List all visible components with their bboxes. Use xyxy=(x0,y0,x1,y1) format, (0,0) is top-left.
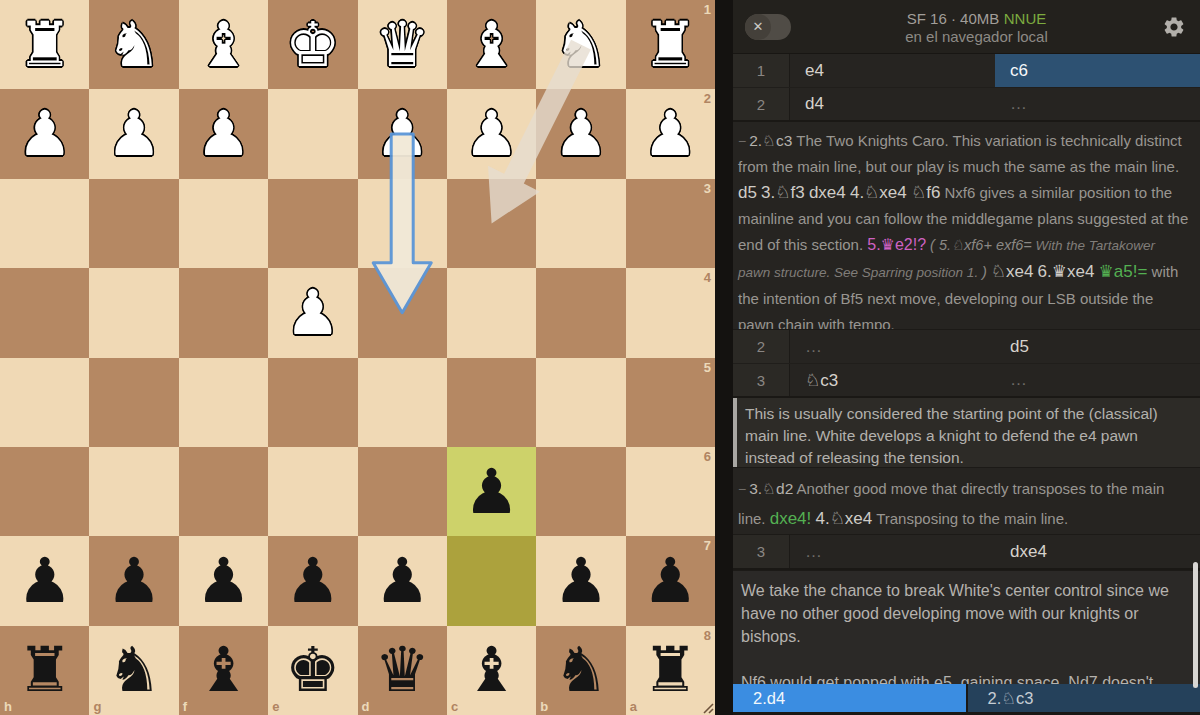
move-row: 2…d5 xyxy=(733,330,1200,363)
white-move-cell[interactable]: d4 xyxy=(790,88,995,120)
scrollbar-thumb[interactable] xyxy=(1193,562,1198,688)
chess-piece-bP: ♟ xyxy=(89,536,178,625)
board-square-b2[interactable]: ♟ xyxy=(536,89,625,178)
chess-piece-wN: ♞ xyxy=(89,0,178,89)
variation-move[interactable]: dxe4! xyxy=(770,509,812,528)
variation-line-3nd2: −3.♘d2 Another good move that directly t… xyxy=(733,467,1200,535)
board-square-d1[interactable]: ♛ xyxy=(358,0,447,89)
board-square-h4[interactable] xyxy=(0,268,89,357)
move-number: 3 xyxy=(733,535,790,568)
black-move-cell[interactable]: … xyxy=(995,364,1200,396)
board-square-g7[interactable]: ♟ xyxy=(89,536,178,625)
board-square-c3[interactable] xyxy=(447,179,536,268)
variation-move[interactable]: d5 xyxy=(738,183,757,202)
variation-move[interactable]: 4.♘xe4 xyxy=(815,509,872,528)
board-square-h8[interactable]: ♜h xyxy=(0,626,89,715)
board-square-d6[interactable] xyxy=(358,447,447,536)
variation-move[interactable]: 3.♘d2 xyxy=(749,480,793,497)
black-move-cell[interactable]: c6 xyxy=(995,54,1200,87)
board-square-b5[interactable] xyxy=(536,358,625,447)
board-square-c2[interactable]: ♟ xyxy=(447,89,536,178)
variation-move[interactable]: 5.♛e2!? xyxy=(867,236,926,253)
engine-toggle[interactable]: ✕ xyxy=(745,14,791,40)
chess-board-area: ♜♞♝♚♛♝♞♜1♟♟♟♟♟♟♟23♟45♟6♟♟♟♟♟♟♟7♜h♞g♝f♚e♛… xyxy=(0,0,715,715)
engine-bar: ✕ SF 16 · 40MB NNUE en el navegador loca… xyxy=(733,0,1200,54)
board-coordinate: 6 xyxy=(704,449,711,464)
board-square-f7[interactable]: ♟ xyxy=(179,536,268,625)
variation-move[interactable]: 3.♘f3 xyxy=(761,183,805,202)
white-move-cell[interactable]: … xyxy=(790,330,995,363)
board-square-g3[interactable] xyxy=(89,179,178,268)
variation-move[interactable]: ( xyxy=(926,237,939,253)
analysis-panel: ✕ SF 16 · 40MB NNUE en el navegador loca… xyxy=(715,0,1200,715)
board-square-b7[interactable]: ♟ xyxy=(536,536,625,625)
board-resize-handle[interactable] xyxy=(700,700,714,714)
board-square-e1[interactable]: ♚ xyxy=(268,0,357,89)
board-coordinate: f xyxy=(183,699,187,714)
engine-name: SF 16 · 40MB xyxy=(907,10,1000,27)
move-row: 2d4… xyxy=(733,87,1200,120)
chess-piece-wR: ♜ xyxy=(626,0,715,89)
board-square-g4[interactable] xyxy=(89,268,178,357)
board-square-h6[interactable] xyxy=(0,447,89,536)
board-square-b3[interactable] xyxy=(536,179,625,268)
candidate-button-nc3[interactable]: 2.♘c3 xyxy=(968,684,1200,712)
chess-piece-bP: ♟ xyxy=(179,536,268,625)
board-square-g2[interactable]: ♟ xyxy=(89,89,178,178)
board-coordinate: 2 xyxy=(704,91,711,106)
board-square-d8[interactable]: ♛d xyxy=(358,626,447,715)
board-square-b1[interactable]: ♞ xyxy=(536,0,625,89)
move-row: 3♘c3… xyxy=(733,363,1200,396)
board-square-e5[interactable] xyxy=(268,358,357,447)
board-square-d3[interactable] xyxy=(358,179,447,268)
bottom-comment-paragraph: We take the chance to break White's cent… xyxy=(741,579,1190,648)
board-square-c4[interactable] xyxy=(447,268,536,357)
board-coordinate: c xyxy=(451,699,458,714)
variation-move[interactable]: 6.♛xe4 xyxy=(1038,262,1095,281)
chess-piece-wP: ♟ xyxy=(0,89,89,178)
chess-piece-wP: ♟ xyxy=(447,89,536,178)
variation-move[interactable]: dxe4 xyxy=(809,183,846,202)
chess-piece-wP: ♟ xyxy=(358,89,447,178)
candidate-button-d4[interactable]: 2.d4 xyxy=(733,684,966,712)
move-list-table-2: 2…d53♘c3… xyxy=(733,330,1200,398)
board-square-h3[interactable] xyxy=(0,179,89,268)
chess-piece-wP: ♟ xyxy=(626,89,715,178)
board-square-b8[interactable]: ♞b xyxy=(536,626,625,715)
board-coordinate: 1 xyxy=(704,2,711,17)
board-coordinate: 7 xyxy=(704,538,711,553)
chess-piece-wN: ♞ xyxy=(536,0,625,89)
board-square-f5[interactable] xyxy=(179,358,268,447)
board-square-h5[interactable] xyxy=(0,358,89,447)
annotation-text: − xyxy=(738,133,746,149)
board-square-g5[interactable] xyxy=(89,358,178,447)
board-square-a6[interactable]: 6 xyxy=(626,447,715,536)
chess-piece-bR: ♜ xyxy=(0,626,89,715)
board-square-f1[interactable]: ♝ xyxy=(179,0,268,89)
board-coordinate: b xyxy=(540,699,548,714)
black-move-cell[interactable]: d5 xyxy=(995,330,1200,363)
chess-piece-wK: ♚ xyxy=(268,0,357,89)
move-number: 2 xyxy=(733,88,790,120)
board-square-c6[interactable]: ♟ xyxy=(447,447,536,536)
variation-move[interactable]: ♛a5!= xyxy=(1099,262,1148,281)
board-square-g1[interactable]: ♞ xyxy=(89,0,178,89)
board-square-h7[interactable]: ♟ xyxy=(0,536,89,625)
bottom-comment-paragraph: Nf6 would get popped with e5, gaining sp… xyxy=(741,671,1190,684)
board-square-a7[interactable]: ♟7 xyxy=(626,536,715,625)
chess-piece-bP: ♟ xyxy=(0,536,89,625)
chess-piece-wQ: ♛ xyxy=(358,0,447,89)
variation-move[interactable]: 5.♘xf6+ exf6= xyxy=(939,237,1032,253)
board-square-g8[interactable]: ♞g xyxy=(89,626,178,715)
black-move-cell[interactable]: dxe4 xyxy=(995,535,1200,568)
engine-info: SF 16 · 40MB NNUE en el navegador local xyxy=(791,8,1162,46)
chess-piece-bQ: ♛ xyxy=(358,626,447,715)
board-square-c7[interactable] xyxy=(447,536,536,625)
board-square-a2[interactable]: ♟2 xyxy=(626,89,715,178)
black-move-cell[interactable]: … xyxy=(995,88,1200,120)
move-number: 2 xyxy=(733,330,790,363)
variation-move[interactable]: ♘xe4 xyxy=(991,262,1034,281)
variation-move[interactable]: 4.♘xe4 xyxy=(850,183,907,202)
board-coordinate: 3 xyxy=(704,181,711,196)
engine-toggle-off-icon: ✕ xyxy=(745,14,771,40)
board-square-e4[interactable]: ♟ xyxy=(268,268,357,357)
candidate-move-buttons: 2.d4 2.♘c3 xyxy=(733,684,1200,715)
move-row: 3…dxe4 xyxy=(733,535,1200,568)
board-square-a5[interactable]: 5 xyxy=(626,358,715,447)
white-move-cell[interactable]: … xyxy=(790,535,995,568)
chess-piece-bP: ♟ xyxy=(358,536,447,625)
board-square-a4[interactable]: 4 xyxy=(626,268,715,357)
chess-piece-bB: ♝ xyxy=(179,626,268,715)
board-square-c5[interactable] xyxy=(447,358,536,447)
board-square-h1[interactable]: ♜ xyxy=(0,0,89,89)
chess-piece-bN: ♞ xyxy=(536,626,625,715)
white-move-cell[interactable]: e4 xyxy=(790,54,995,87)
chess-piece-wP: ♟ xyxy=(536,89,625,178)
variation-move[interactable]: ♘f6 xyxy=(911,183,940,202)
board-square-d5[interactable] xyxy=(358,358,447,447)
board-square-f3[interactable] xyxy=(179,179,268,268)
white-move-cell[interactable]: ♘c3 xyxy=(790,364,995,396)
board-square-f6[interactable] xyxy=(179,447,268,536)
chess-piece-bP: ♟ xyxy=(268,536,357,625)
board-square-d7[interactable]: ♟ xyxy=(358,536,447,625)
board-square-e7[interactable]: ♟ xyxy=(268,536,357,625)
variation-line-2nc3: −2.♘c3 The Two Knights Caro. This variat… xyxy=(733,122,1200,330)
annotation-text: − xyxy=(738,481,746,497)
chess-piece-wP: ♟ xyxy=(179,89,268,178)
move-row: 1e4c6 xyxy=(733,54,1200,87)
engine-subtitle: en el navegador local xyxy=(791,28,1162,46)
annotation-text: The Two Knights Caro. This variation is … xyxy=(738,132,1182,175)
variation-move[interactable]: 2.♘c3 xyxy=(749,132,792,149)
board-coordinate: 4 xyxy=(704,270,711,285)
move-list-table-1: 1e4c62d4… xyxy=(733,54,1200,122)
chess-piece-wR: ♜ xyxy=(0,0,89,89)
comment-text: This is usually considered the starting … xyxy=(737,398,1200,467)
board-square-b6[interactable] xyxy=(536,447,625,536)
bottom-comment: We take the chance to break White's cent… xyxy=(733,570,1200,684)
chess-piece-wB: ♝ xyxy=(179,0,268,89)
chess-piece-bK: ♚ xyxy=(268,626,357,715)
comment-block-main-line: This is usually considered the starting … xyxy=(733,398,1200,467)
chess-piece-wP: ♟ xyxy=(268,268,357,357)
variation-move[interactable]: ) xyxy=(982,264,991,280)
board-square-a3[interactable]: 3 xyxy=(626,179,715,268)
chess-piece-bP: ♟ xyxy=(536,536,625,625)
board-coordinate: a xyxy=(630,699,637,714)
app-window: ♜♞♝♚♛♝♞♜1♟♟♟♟♟♟♟23♟45♟6♟♟♟♟♟♟♟7♜h♞g♝f♚e♛… xyxy=(0,0,1200,715)
nnue-badge: NNUE xyxy=(1004,10,1047,27)
move-number: 1 xyxy=(733,54,790,87)
chess-piece-bP: ♟ xyxy=(447,447,536,536)
chess-piece-wP: ♟ xyxy=(89,89,178,178)
chess-piece-bN: ♞ xyxy=(89,626,178,715)
move-list-table-3: 3…dxe4 xyxy=(733,535,1200,570)
move-number: 3 xyxy=(733,364,790,396)
chess-board[interactable]: ♜♞♝♚♛♝♞♜1♟♟♟♟♟♟♟23♟45♟6♟♟♟♟♟♟♟7♜h♞g♝f♚e♛… xyxy=(0,0,715,715)
board-square-c1[interactable]: ♝ xyxy=(447,0,536,89)
board-square-c8[interactable]: ♝c xyxy=(447,626,536,715)
board-coordinate: 5 xyxy=(704,360,711,375)
board-square-f4[interactable] xyxy=(179,268,268,357)
chess-piece-bP: ♟ xyxy=(626,536,715,625)
board-square-g6[interactable] xyxy=(89,447,178,536)
board-square-f8[interactable]: ♝f xyxy=(179,626,268,715)
chess-piece-wB: ♝ xyxy=(447,0,536,89)
board-square-b4[interactable] xyxy=(536,268,625,357)
board-square-e6[interactable] xyxy=(268,447,357,536)
board-square-e3[interactable] xyxy=(268,179,357,268)
annotation-text: Transposing to the main line. xyxy=(872,510,1068,527)
board-square-a1[interactable]: ♜1 xyxy=(626,0,715,89)
board-coordinate: h xyxy=(4,699,12,714)
board-square-f2[interactable]: ♟ xyxy=(179,89,268,178)
board-square-h2[interactable]: ♟ xyxy=(0,89,89,178)
board-square-d4[interactable] xyxy=(358,268,447,357)
board-coordinate: g xyxy=(93,699,101,714)
board-coordinate: d xyxy=(362,699,370,714)
board-square-e8[interactable]: ♚e xyxy=(268,626,357,715)
board-square-d2[interactable]: ♟ xyxy=(358,89,447,178)
board-coordinate: 8 xyxy=(704,628,711,643)
chess-piece-bB: ♝ xyxy=(447,626,536,715)
settings-gear-icon[interactable] xyxy=(1162,15,1186,39)
board-coordinate: e xyxy=(272,699,279,714)
board-square-e2[interactable] xyxy=(268,89,357,178)
